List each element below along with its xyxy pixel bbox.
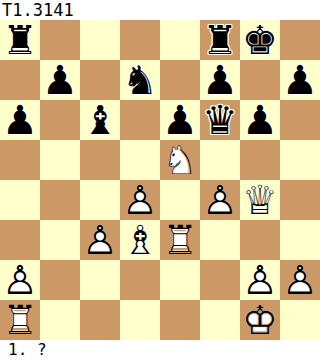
square-h4[interactable] <box>280 180 320 220</box>
piece-black-pawn: ♟ <box>0 100 40 140</box>
puzzle-id: T1.3141 <box>0 0 320 20</box>
square-a7[interactable] <box>0 60 40 100</box>
piece-black-queen: ♛ <box>200 100 240 140</box>
square-d2[interactable] <box>120 260 160 300</box>
square-d5[interactable] <box>120 140 160 180</box>
square-d3[interactable]: ♝♗ <box>120 220 160 260</box>
square-e3[interactable]: ♜♖ <box>160 220 200 260</box>
square-b8[interactable] <box>40 20 80 60</box>
square-f7[interactable]: ♟ <box>200 60 240 100</box>
piece-black-rook: ♜ <box>0 20 40 60</box>
move-prompt: 1. ? <box>0 340 320 360</box>
square-e4[interactable] <box>160 180 200 220</box>
piece-black-rook: ♜ <box>200 20 240 60</box>
piece-white-queen: ♛♕ <box>240 180 280 220</box>
square-c6[interactable]: ♝ <box>80 100 120 140</box>
square-e7[interactable] <box>160 60 200 100</box>
piece-white-pawn: ♟♙ <box>0 260 40 300</box>
square-a5[interactable] <box>0 140 40 180</box>
square-g2[interactable]: ♟♙ <box>240 260 280 300</box>
square-h3[interactable] <box>280 220 320 260</box>
piece-black-knight: ♞ <box>120 60 160 100</box>
square-b1[interactable] <box>40 300 80 340</box>
square-h2[interactable]: ♟♙ <box>280 260 320 300</box>
piece-white-king: ♚♔ <box>240 300 280 340</box>
square-f4[interactable]: ♟♙ <box>200 180 240 220</box>
square-e1[interactable] <box>160 300 200 340</box>
square-d6[interactable] <box>120 100 160 140</box>
square-h1[interactable] <box>280 300 320 340</box>
square-g4[interactable]: ♛♕ <box>240 180 280 220</box>
square-g5[interactable] <box>240 140 280 180</box>
piece-black-pawn: ♟ <box>40 60 80 100</box>
square-f8[interactable]: ♜ <box>200 20 240 60</box>
square-a1[interactable]: ♜♖ <box>0 300 40 340</box>
piece-white-pawn: ♟♙ <box>200 180 240 220</box>
square-c3[interactable]: ♟♙ <box>80 220 120 260</box>
square-f3[interactable] <box>200 220 240 260</box>
square-c4[interactable] <box>80 180 120 220</box>
square-c7[interactable] <box>80 60 120 100</box>
square-a4[interactable] <box>0 180 40 220</box>
square-a8[interactable]: ♜ <box>0 20 40 60</box>
square-e5[interactable]: ♞♘ <box>160 140 200 180</box>
square-a6[interactable]: ♟ <box>0 100 40 140</box>
piece-black-pawn: ♟ <box>280 60 320 100</box>
square-g8[interactable]: ♚ <box>240 20 280 60</box>
piece-white-pawn: ♟♙ <box>80 220 120 260</box>
square-b5[interactable] <box>40 140 80 180</box>
square-e6[interactable]: ♟ <box>160 100 200 140</box>
piece-black-pawn: ♟ <box>200 60 240 100</box>
square-b7[interactable]: ♟ <box>40 60 80 100</box>
piece-white-rook: ♜♖ <box>160 220 200 260</box>
square-h7[interactable]: ♟ <box>280 60 320 100</box>
square-d7[interactable]: ♞ <box>120 60 160 100</box>
square-b3[interactable] <box>40 220 80 260</box>
square-d1[interactable] <box>120 300 160 340</box>
square-f6[interactable]: ♛ <box>200 100 240 140</box>
square-b6[interactable] <box>40 100 80 140</box>
piece-white-pawn: ♟♙ <box>120 180 160 220</box>
square-g1[interactable]: ♚♔ <box>240 300 280 340</box>
square-e8[interactable] <box>160 20 200 60</box>
square-e2[interactable] <box>160 260 200 300</box>
square-h5[interactable] <box>280 140 320 180</box>
piece-white-knight: ♞♘ <box>160 140 200 180</box>
square-d4[interactable]: ♟♙ <box>120 180 160 220</box>
piece-black-king: ♚ <box>240 20 280 60</box>
square-f5[interactable] <box>200 140 240 180</box>
square-g7[interactable] <box>240 60 280 100</box>
piece-black-pawn: ♟ <box>160 100 200 140</box>
square-d8[interactable] <box>120 20 160 60</box>
piece-white-pawn: ♟♙ <box>240 260 280 300</box>
piece-white-pawn: ♟♙ <box>280 260 320 300</box>
square-g3[interactable] <box>240 220 280 260</box>
square-b2[interactable] <box>40 260 80 300</box>
piece-white-bishop: ♝♗ <box>120 220 160 260</box>
square-a2[interactable]: ♟♙ <box>0 260 40 300</box>
piece-white-rook: ♜♖ <box>0 300 40 340</box>
chess-puzzle-app: T1.3141 ♜♜♚♟♞♟♟♟♝♟♛♟♞♘♟♙♟♙♛♕♟♙♝♗♜♖♟♙♟♙♟♙… <box>0 0 320 360</box>
piece-black-bishop: ♝ <box>80 100 120 140</box>
board: ♜♜♚♟♞♟♟♟♝♟♛♟♞♘♟♙♟♙♛♕♟♙♝♗♜♖♟♙♟♙♟♙♜♖♚♔ <box>0 20 320 340</box>
piece-black-pawn: ♟ <box>240 100 280 140</box>
square-g6[interactable]: ♟ <box>240 100 280 140</box>
square-h6[interactable] <box>280 100 320 140</box>
square-c1[interactable] <box>80 300 120 340</box>
square-c2[interactable] <box>80 260 120 300</box>
square-c8[interactable] <box>80 20 120 60</box>
square-c5[interactable] <box>80 140 120 180</box>
square-b4[interactable] <box>40 180 80 220</box>
square-f2[interactable] <box>200 260 240 300</box>
square-a3[interactable] <box>0 220 40 260</box>
square-f1[interactable] <box>200 300 240 340</box>
square-h8[interactable] <box>280 20 320 60</box>
